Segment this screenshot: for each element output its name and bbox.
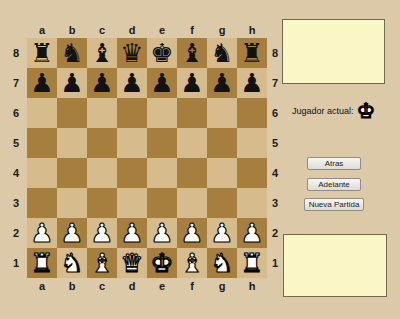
file-label-top-h: h xyxy=(237,22,267,38)
file-label-top-f: f xyxy=(177,22,207,38)
square-a3[interactable] xyxy=(27,188,57,218)
rank-label-right-2: 2 xyxy=(267,218,283,248)
white-queen: ♛ xyxy=(120,248,143,278)
white-pawn: ♟ xyxy=(240,218,263,248)
rank-label-left-2: 2 xyxy=(5,218,27,248)
square-e1[interactable]: ♚ xyxy=(147,248,177,278)
black-bishop: ♝ xyxy=(90,38,113,68)
square-a1[interactable]: ♜ xyxy=(27,248,57,278)
black-rook: ♜ xyxy=(30,38,53,68)
rank-label-right-7: 7 xyxy=(267,68,283,98)
square-d5[interactable] xyxy=(117,128,147,158)
square-h2[interactable]: ♟ xyxy=(237,218,267,248)
black-bishop: ♝ xyxy=(180,38,203,68)
file-label-bottom-g: g xyxy=(207,278,237,294)
black-pawn: ♟ xyxy=(150,68,173,98)
current-player-row: Jugador actual: ♚ xyxy=(292,98,392,124)
white-king-icon: ♚ xyxy=(357,99,376,123)
square-g8[interactable]: ♞ xyxy=(207,38,237,68)
square-g5[interactable] xyxy=(207,128,237,158)
square-d4[interactable] xyxy=(117,158,147,188)
rank-label-left-3: 3 xyxy=(5,188,27,218)
black-knight: ♞ xyxy=(60,38,83,68)
square-a4[interactable] xyxy=(27,158,57,188)
white-pawn: ♟ xyxy=(120,218,143,248)
rank-label-right-8: 8 xyxy=(267,38,283,68)
file-label-top-g: g xyxy=(207,22,237,38)
file-label-bottom-b: b xyxy=(57,278,87,294)
current-player-label: Jugador actual: xyxy=(292,106,354,116)
black-pawn: ♟ xyxy=(60,68,83,98)
square-d6[interactable] xyxy=(117,98,147,128)
rank-label-right-4: 4 xyxy=(267,158,283,188)
square-f2[interactable]: ♟ xyxy=(177,218,207,248)
rank-label-left-4: 4 xyxy=(5,158,27,188)
square-h7[interactable]: ♟ xyxy=(237,68,267,98)
square-a2[interactable]: ♟ xyxy=(27,218,57,248)
square-b5[interactable] xyxy=(57,128,87,158)
square-c5[interactable] xyxy=(87,128,117,158)
square-c2[interactable]: ♟ xyxy=(87,218,117,248)
file-label-bottom-h: h xyxy=(237,278,267,294)
white-rook: ♜ xyxy=(240,248,263,278)
rank-label-left-1: 1 xyxy=(5,248,27,278)
square-c3[interactable] xyxy=(87,188,117,218)
square-d3[interactable] xyxy=(117,188,147,218)
new-game-button[interactable]: Nueva Partida xyxy=(304,198,364,211)
black-rook: ♜ xyxy=(240,38,263,68)
square-f5[interactable] xyxy=(177,128,207,158)
white-pawn: ♟ xyxy=(210,218,233,248)
square-a6[interactable] xyxy=(27,98,57,128)
rank-label-left-7: 7 xyxy=(5,68,27,98)
black-pawn: ♟ xyxy=(240,68,263,98)
square-h5[interactable] xyxy=(237,128,267,158)
square-c7[interactable]: ♟ xyxy=(87,68,117,98)
file-label-bottom-a: a xyxy=(27,278,57,294)
forward-button[interactable]: Adelante xyxy=(307,178,361,191)
square-e8[interactable]: ♚ xyxy=(147,38,177,68)
white-knight: ♞ xyxy=(210,248,233,278)
square-b1[interactable]: ♞ xyxy=(57,248,87,278)
square-f3[interactable] xyxy=(177,188,207,218)
square-d8[interactable]: ♛ xyxy=(117,38,147,68)
square-e7[interactable]: ♟ xyxy=(147,68,177,98)
rank-label-right-5: 5 xyxy=(267,128,283,158)
file-label-top-b: b xyxy=(57,22,87,38)
square-g7[interactable]: ♟ xyxy=(207,68,237,98)
square-b7[interactable]: ♟ xyxy=(57,68,87,98)
white-king: ♚ xyxy=(150,248,173,278)
square-e4[interactable] xyxy=(147,158,177,188)
square-g3[interactable] xyxy=(207,188,237,218)
square-c8[interactable]: ♝ xyxy=(87,38,117,68)
square-f8[interactable]: ♝ xyxy=(177,38,207,68)
square-b3[interactable] xyxy=(57,188,87,218)
rank-label-left-8: 8 xyxy=(5,38,27,68)
file-label-top-d: d xyxy=(117,22,147,38)
white-bishop: ♝ xyxy=(90,248,113,278)
white-pawn: ♟ xyxy=(90,218,113,248)
black-pawn: ♟ xyxy=(30,68,53,98)
square-c1[interactable]: ♝ xyxy=(87,248,117,278)
rank-label-left-5: 5 xyxy=(5,128,27,158)
white-pawn: ♟ xyxy=(150,218,173,248)
file-label-top-c: c xyxy=(87,22,117,38)
black-pawn: ♟ xyxy=(90,68,113,98)
black-knight: ♞ xyxy=(210,38,233,68)
black-pawn: ♟ xyxy=(180,68,203,98)
file-label-top-e: e xyxy=(147,22,177,38)
square-g4[interactable] xyxy=(207,158,237,188)
square-a7[interactable]: ♟ xyxy=(27,68,57,98)
square-a8[interactable]: ♜ xyxy=(27,38,57,68)
square-e5[interactable] xyxy=(147,128,177,158)
move-log-top-textarea[interactable] xyxy=(282,19,385,84)
square-f6[interactable] xyxy=(177,98,207,128)
square-h6[interactable] xyxy=(237,98,267,128)
black-pawn: ♟ xyxy=(120,68,143,98)
square-g2[interactable]: ♟ xyxy=(207,218,237,248)
rank-label-right-6: 6 xyxy=(267,98,283,128)
black-pawn: ♟ xyxy=(210,68,233,98)
square-d7[interactable]: ♟ xyxy=(117,68,147,98)
white-pawn: ♟ xyxy=(30,218,53,248)
square-h3[interactable] xyxy=(237,188,267,218)
square-g6[interactable] xyxy=(207,98,237,128)
square-d2[interactable]: ♟ xyxy=(117,218,147,248)
square-f4[interactable] xyxy=(177,158,207,188)
file-label-bottom-e: e xyxy=(147,278,177,294)
rank-label-left-6: 6 xyxy=(5,98,27,128)
black-king: ♚ xyxy=(150,38,173,68)
white-knight: ♞ xyxy=(60,248,83,278)
square-b2[interactable]: ♟ xyxy=(57,218,87,248)
rank-label-right-1: 1 xyxy=(267,248,283,278)
square-h4[interactable] xyxy=(237,158,267,188)
square-b4[interactable] xyxy=(57,158,87,188)
square-f1[interactable]: ♝ xyxy=(177,248,207,278)
square-d1[interactable]: ♛ xyxy=(117,248,147,278)
chess-board: aabbccddeeffgghh8877665544332211♜♞♝♛♚♝♞♜… xyxy=(5,22,283,294)
square-e6[interactable] xyxy=(147,98,177,128)
square-b6[interactable] xyxy=(57,98,87,128)
rank-label-right-3: 3 xyxy=(267,188,283,218)
white-pawn: ♟ xyxy=(180,218,203,248)
white-pawn: ♟ xyxy=(60,218,83,248)
square-f7[interactable]: ♟ xyxy=(177,68,207,98)
file-label-bottom-c: c xyxy=(87,278,117,294)
square-e2[interactable]: ♟ xyxy=(147,218,177,248)
square-c4[interactable] xyxy=(87,158,117,188)
square-e3[interactable] xyxy=(147,188,177,218)
file-label-bottom-f: f xyxy=(177,278,207,294)
square-a5[interactable] xyxy=(27,128,57,158)
file-label-top-a: a xyxy=(27,22,57,38)
square-b8[interactable]: ♞ xyxy=(57,38,87,68)
square-c6[interactable] xyxy=(87,98,117,128)
chess-app: aabbccddeeffgghh8877665544332211♜♞♝♛♚♝♞♜… xyxy=(0,0,400,319)
black-queen: ♛ xyxy=(120,38,143,68)
file-label-bottom-d: d xyxy=(117,278,147,294)
white-rook: ♜ xyxy=(30,248,53,278)
back-button[interactable]: Atras xyxy=(307,157,361,170)
square-h1[interactable]: ♜ xyxy=(237,248,267,278)
square-h8[interactable]: ♜ xyxy=(237,38,267,68)
white-bishop: ♝ xyxy=(180,248,203,278)
square-g1[interactable]: ♞ xyxy=(207,248,237,278)
move-log-bottom-textarea[interactable] xyxy=(283,234,387,297)
